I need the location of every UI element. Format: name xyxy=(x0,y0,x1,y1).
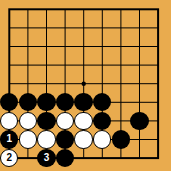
board-grid: 123 xyxy=(0,0,167,167)
stone-white xyxy=(74,130,92,148)
stone-black: 1 xyxy=(0,130,18,148)
go-board[interactable]: 123 xyxy=(0,0,171,171)
stone-black xyxy=(37,93,55,111)
move-number: 1 xyxy=(7,134,13,144)
stone-black xyxy=(56,149,74,167)
stone-black xyxy=(112,130,130,148)
stone-black xyxy=(19,93,37,111)
stone-white xyxy=(0,112,18,130)
stone-black xyxy=(74,93,92,111)
stone-white xyxy=(19,112,37,130)
stone-black xyxy=(56,93,74,111)
stone-white: 2 xyxy=(0,149,18,167)
stone-white xyxy=(93,130,111,148)
stone-black xyxy=(93,93,111,111)
stone-black xyxy=(56,130,74,148)
stone-black xyxy=(0,93,18,111)
stone-white xyxy=(56,112,74,130)
stone-white xyxy=(37,130,55,148)
stone-white xyxy=(74,112,92,130)
stone-black xyxy=(93,112,111,130)
stone-black xyxy=(130,112,148,130)
stone-black: 3 xyxy=(37,149,55,167)
stone-black xyxy=(37,112,55,130)
move-number: 2 xyxy=(7,153,13,163)
stone-white xyxy=(19,130,37,148)
move-number: 3 xyxy=(44,153,50,163)
